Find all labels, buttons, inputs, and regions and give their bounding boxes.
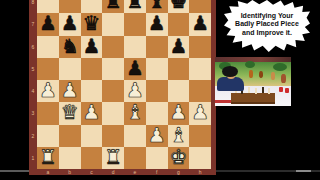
square-b7[interactable]: ♟: [59, 13, 81, 35]
tree-blob: [273, 63, 287, 71]
rank-label-5: 5: [29, 66, 37, 72]
file-label-f: f: [146, 169, 168, 175]
square-e1[interactable]: [124, 147, 146, 169]
square-e3[interactable]: ♝: [124, 102, 146, 124]
black-pawn[interactable]: ♟: [191, 13, 209, 33]
rank-label-4: 4: [29, 88, 37, 94]
square-d4[interactable]: [102, 80, 124, 102]
black-pawn[interactable]: ♟: [148, 13, 166, 33]
square-g8[interactable]: ♚: [168, 0, 190, 13]
square-f7[interactable]: ♟: [146, 13, 168, 35]
boy-hair: [222, 66, 238, 77]
rank-label-2: 2: [29, 133, 37, 139]
rank-label-3: 3: [29, 110, 37, 116]
square-g6[interactable]: ♟: [168, 36, 190, 58]
square-h1[interactable]: [189, 147, 211, 169]
cartoon-figure: [259, 71, 263, 78]
black-king[interactable]: ♚: [169, 0, 187, 11]
black-bishop[interactable]: ♝: [148, 0, 166, 11]
chess-board: ♜♜♝♚♟♟♛♟♟♞♟♟♟♟♟♟♛♟♝♟♟♟♝♜♜♚ 87654321 abcd…: [29, 0, 216, 175]
black-pawn[interactable]: ♟: [82, 36, 100, 56]
file-label-c: c: [81, 169, 103, 175]
white-pawn[interactable]: ♟: [169, 102, 187, 122]
square-c7[interactable]: ♛: [81, 13, 103, 35]
rank-label-1: 1: [29, 155, 37, 161]
square-b4[interactable]: ♟: [59, 80, 81, 102]
file-label-b: b: [59, 169, 81, 175]
square-g1[interactable]: ♚: [168, 147, 190, 169]
black-pawn[interactable]: ♟: [39, 13, 57, 33]
white-rook[interactable]: ♜: [39, 147, 57, 167]
square-f5[interactable]: [146, 58, 168, 80]
square-c2[interactable]: [81, 125, 103, 147]
black-rook[interactable]: ♜: [104, 0, 122, 11]
black-queen[interactable]: ♛: [82, 13, 100, 33]
red-cup: [279, 87, 283, 92]
white-queen[interactable]: ♛: [61, 102, 79, 122]
white-pawn[interactable]: ♟: [82, 102, 100, 122]
white-king[interactable]: ♚: [169, 147, 187, 167]
square-g7[interactable]: [168, 13, 190, 35]
rank-label-8: 8: [29, 0, 37, 5]
square-d5[interactable]: [102, 58, 124, 80]
square-h2[interactable]: [189, 125, 211, 147]
file-label-g: g: [168, 169, 190, 175]
board-squares: ♜♜♝♚♟♟♛♟♟♞♟♟♟♟♟♟♛♟♝♟♟♟♝♜♜♚: [37, 0, 211, 169]
square-f6[interactable]: [146, 36, 168, 58]
rank-label-7: 7: [29, 21, 37, 27]
square-f2[interactable]: ♟: [146, 125, 168, 147]
cartoon-figure: [271, 72, 275, 80]
square-a7[interactable]: ♟: [37, 13, 59, 35]
title-bubble: Identifying Your Badly Placed Piece and …: [224, 0, 310, 52]
square-d3[interactable]: [102, 102, 124, 124]
square-h3[interactable]: ♟: [189, 102, 211, 124]
square-c6[interactable]: ♟: [81, 36, 103, 58]
square-c3[interactable]: ♟: [81, 102, 103, 124]
rank-label-6: 6: [29, 44, 37, 50]
white-bishop[interactable]: ♝: [126, 102, 144, 122]
black-rook[interactable]: ♜: [126, 0, 144, 11]
black-pawn[interactable]: ♟: [61, 13, 79, 33]
file-label-a: a: [37, 169, 59, 175]
square-c4[interactable]: [81, 80, 103, 102]
square-a5[interactable]: [37, 58, 59, 80]
square-b1[interactable]: [59, 147, 81, 169]
square-d8[interactable]: ♜: [102, 0, 124, 13]
square-a6[interactable]: [37, 36, 59, 58]
file-labels: abcdefgh: [37, 169, 211, 175]
square-e4[interactable]: ♟: [124, 80, 146, 102]
square-f4[interactable]: [146, 80, 168, 102]
white-pawn[interactable]: ♟: [126, 80, 144, 100]
thumbnail-piece: [248, 87, 250, 93]
file-label-e: e: [124, 169, 146, 175]
white-pawn[interactable]: ♟: [148, 125, 166, 145]
white-rook[interactable]: ♜: [104, 147, 122, 167]
title-line-2: Badly Placed Piece: [230, 20, 304, 28]
title-text: Identifying Your Badly Placed Piece and …: [230, 12, 304, 37]
black-pawn[interactable]: ♟: [169, 36, 187, 56]
square-g3[interactable]: ♟: [168, 102, 190, 124]
square-d6[interactable]: [102, 36, 124, 58]
tree-blob: [245, 61, 255, 68]
square-e8[interactable]: ♜: [124, 0, 146, 13]
square-e2[interactable]: [124, 125, 146, 147]
thumbnail-chessboard: [231, 93, 275, 104]
square-c1[interactable]: [81, 147, 103, 169]
square-h5[interactable]: [189, 58, 211, 80]
square-a2[interactable]: [37, 125, 59, 147]
square-b6[interactable]: ♞: [59, 36, 81, 58]
square-g2[interactable]: ♝: [168, 125, 190, 147]
black-pawn[interactable]: ♟: [126, 58, 144, 78]
title-line-3: and Improve it.: [230, 29, 304, 37]
thumbnail-piece: [268, 88, 270, 94]
square-d1[interactable]: ♜: [102, 147, 124, 169]
square-h6[interactable]: [189, 36, 211, 58]
square-e6[interactable]: [124, 36, 146, 58]
square-h7[interactable]: ♟: [189, 13, 211, 35]
square-b5[interactable]: [59, 58, 81, 80]
black-knight[interactable]: ♞: [61, 36, 79, 56]
cartoon-figure: [281, 74, 286, 83]
white-bishop[interactable]: ♝: [169, 125, 187, 145]
video-frame: ♜♜♝♚♟♟♛♟♟♞♟♟♟♟♟♟♛♟♝♟♟♟♝♜♜♚ 87654321 abcd…: [0, 0, 320, 180]
file-label-h: h: [189, 169, 211, 175]
square-g5[interactable]: [168, 58, 190, 80]
progress-right-dash: [296, 170, 311, 172]
cartoon-figure: [249, 70, 253, 78]
boy-shirt: [217, 77, 244, 91]
square-a3[interactable]: [37, 102, 59, 124]
square-g4[interactable]: [168, 80, 190, 102]
square-f1[interactable]: [146, 147, 168, 169]
video-thumbnail-photo: [215, 57, 291, 106]
square-a1[interactable]: ♜: [37, 147, 59, 169]
square-d2[interactable]: [102, 125, 124, 147]
square-f3[interactable]: [146, 102, 168, 124]
square-b2[interactable]: [59, 125, 81, 147]
square-a4[interactable]: ♟: [37, 80, 59, 102]
square-e5[interactable]: ♟: [124, 58, 146, 80]
square-e7[interactable]: [124, 13, 146, 35]
square-h4[interactable]: [189, 80, 211, 102]
thumbnail-piece: [262, 87, 264, 93]
file-label-d: d: [102, 169, 124, 175]
square-b3[interactable]: ♛: [59, 102, 81, 124]
square-c5[interactable]: [81, 58, 103, 80]
square-d7[interactable]: [102, 13, 124, 35]
white-pawn[interactable]: ♟: [61, 80, 79, 100]
title-line-1: Identifying Your: [230, 12, 304, 20]
red-cup: [285, 88, 289, 93]
thumbnail-piece: [255, 88, 257, 94]
white-pawn[interactable]: ♟: [39, 80, 57, 100]
white-pawn[interactable]: ♟: [191, 102, 209, 122]
